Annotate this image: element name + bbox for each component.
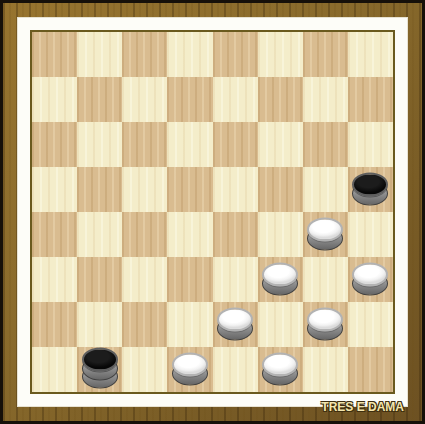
square-e3[interactable] [213,257,258,302]
square-g6[interactable] [303,122,348,167]
white-man[interactable] [172,352,208,385]
square-h8[interactable] [348,32,393,77]
square-b4[interactable] [77,212,122,257]
white-man[interactable] [262,262,298,295]
square-d7[interactable] [167,77,212,122]
square-e4[interactable] [213,212,258,257]
square-c7[interactable] [122,77,167,122]
wooden-frame: TRES E DAMA [3,3,422,421]
square-b5[interactable] [77,167,122,212]
white-man[interactable] [352,262,388,295]
square-b7[interactable] [77,77,122,122]
square-a7[interactable] [32,77,77,122]
white-man[interactable] [307,217,343,250]
square-g7[interactable] [303,77,348,122]
square-d4[interactable] [167,212,212,257]
checkers-board [30,30,395,394]
square-c2[interactable] [122,302,167,347]
piece-face [262,262,298,286]
square-d8[interactable] [167,32,212,77]
square-a4[interactable] [32,212,77,257]
square-f5[interactable] [258,167,303,212]
square-h3[interactable] [348,257,393,302]
piece-face [307,217,343,241]
square-g8[interactable] [303,32,348,77]
white-man[interactable] [262,352,298,385]
watermark-text: TRES E DAMA [321,400,404,414]
square-g2[interactable] [303,302,348,347]
square-d6[interactable] [167,122,212,167]
square-f7[interactable] [258,77,303,122]
white-man[interactable] [307,307,343,340]
square-d3[interactable] [167,257,212,302]
square-h5[interactable] [348,167,393,212]
square-e6[interactable] [213,122,258,167]
square-f1[interactable] [258,347,303,392]
square-c8[interactable] [122,32,167,77]
square-h4[interactable] [348,212,393,257]
square-c1[interactable] [122,347,167,392]
square-a8[interactable] [32,32,77,77]
square-c6[interactable] [122,122,167,167]
square-b6[interactable] [77,122,122,167]
app-window: TRES E DAMA [0,0,425,424]
square-a5[interactable] [32,167,77,212]
square-b3[interactable] [77,257,122,302]
square-e8[interactable] [213,32,258,77]
square-h1[interactable] [348,347,393,392]
square-b2[interactable] [77,302,122,347]
white-man[interactable] [217,307,253,340]
square-g1[interactable] [303,347,348,392]
square-b8[interactable] [77,32,122,77]
square-e1[interactable] [213,347,258,392]
square-e5[interactable] [213,167,258,212]
white-mat [17,17,408,407]
square-a1[interactable] [32,347,77,392]
square-d1[interactable] [167,347,212,392]
square-d5[interactable] [167,167,212,212]
piece-face [217,307,253,331]
square-c3[interactable] [122,257,167,302]
square-f3[interactable] [258,257,303,302]
square-g3[interactable] [303,257,348,302]
square-h6[interactable] [348,122,393,167]
square-f4[interactable] [258,212,303,257]
square-b1[interactable] [77,347,122,392]
square-a3[interactable] [32,257,77,302]
square-f2[interactable] [258,302,303,347]
piece-face [352,262,388,286]
square-c4[interactable] [122,212,167,257]
black-man[interactable] [352,172,388,205]
piece-face [307,307,343,331]
piece-face [172,352,208,376]
square-f8[interactable] [258,32,303,77]
square-h7[interactable] [348,77,393,122]
piece-face [352,172,388,196]
square-f6[interactable] [258,122,303,167]
square-h2[interactable] [348,302,393,347]
square-a2[interactable] [32,302,77,347]
square-e7[interactable] [213,77,258,122]
square-e2[interactable] [213,302,258,347]
piece-face [82,347,118,371]
black-king[interactable] [82,347,118,388]
square-a6[interactable] [32,122,77,167]
piece-face [262,352,298,376]
square-d2[interactable] [167,302,212,347]
square-c5[interactable] [122,167,167,212]
square-g4[interactable] [303,212,348,257]
square-g5[interactable] [303,167,348,212]
